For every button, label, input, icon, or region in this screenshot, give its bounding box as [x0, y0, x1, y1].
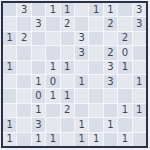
cell-r7c6[interactable]: [75, 89, 88, 102]
cell-r6c5[interactable]: [61, 75, 74, 88]
cell-r2c8[interactable]: 2: [104, 17, 117, 30]
cell-r6c3[interactable]: 1: [32, 75, 45, 88]
cell-r9c2[interactable]: [17, 118, 30, 131]
cell-r2c6[interactable]: [75, 17, 88, 30]
cell-r6c10[interactable]: 1: [133, 75, 146, 88]
cell-r10c9[interactable]: 1: [118, 133, 131, 146]
cell-r5c2[interactable]: [17, 61, 30, 74]
cell-r1c10[interactable]: 3: [133, 3, 146, 16]
cell-r4c10[interactable]: [133, 46, 146, 59]
cell-r5c8[interactable]: 3: [104, 61, 117, 74]
cell-r10c5[interactable]: [61, 133, 74, 146]
cell-r9c6[interactable]: 1: [75, 118, 88, 131]
cell-r8c4[interactable]: [46, 104, 59, 117]
cell-r3c7[interactable]: [89, 32, 102, 45]
cell-r5c6[interactable]: [75, 61, 88, 74]
cell-r10c8[interactable]: [104, 133, 117, 146]
cell-r1c5[interactable]: 1: [61, 3, 74, 16]
cell-r5c3[interactable]: [32, 61, 45, 74]
cell-r3c1[interactable]: 1: [3, 32, 16, 45]
cell-r2c5[interactable]: 2: [61, 17, 74, 30]
cell-r7c1[interactable]: [3, 89, 16, 102]
cell-r1c9[interactable]: [118, 3, 131, 16]
cell-r8c5[interactable]: 2: [61, 104, 74, 117]
cell-r7c2[interactable]: [17, 89, 30, 102]
cell-r7c5[interactable]: 1: [61, 89, 74, 102]
cell-r6c4[interactable]: 0: [46, 75, 59, 88]
cell-r6c1[interactable]: [3, 75, 16, 88]
cell-r2c2[interactable]: [17, 17, 30, 30]
cell-r8c2[interactable]: [17, 104, 30, 117]
cell-r5c9[interactable]: 1: [118, 61, 131, 74]
cell-r1c8[interactable]: 1: [104, 3, 117, 16]
cell-r3c2[interactable]: 2: [17, 32, 30, 45]
cell-r7c3[interactable]: 0: [32, 89, 45, 102]
cell-r3c4[interactable]: [46, 32, 59, 45]
cell-r4c7[interactable]: [89, 46, 102, 59]
cell-r2c1[interactable]: [3, 17, 16, 30]
cell-r5c1[interactable]: 1: [3, 61, 16, 74]
cell-r5c7[interactable]: [89, 61, 102, 74]
cell-r2c7[interactable]: [89, 17, 102, 30]
cell-r10c6[interactable]: 1: [75, 133, 88, 146]
cell-r7c4[interactable]: 1: [46, 89, 59, 102]
cell-r7c8[interactable]: [104, 89, 117, 102]
cell-r6c6[interactable]: 1: [75, 75, 88, 88]
cell-r8c7[interactable]: [89, 104, 102, 117]
cell-r10c3[interactable]: 1: [32, 133, 45, 146]
cell-r10c10[interactable]: [133, 133, 146, 146]
cell-r6c7[interactable]: [89, 75, 102, 88]
cell-r3c6[interactable]: 3: [75, 32, 88, 45]
cell-r4c3[interactable]: [32, 46, 45, 59]
cell-r9c7[interactable]: [89, 118, 102, 131]
cell-r4c4[interactable]: [46, 46, 59, 59]
cell-r1c4[interactable]: 1: [46, 3, 59, 16]
cell-r4c2[interactable]: [17, 46, 30, 59]
cell-r2c10[interactable]: 3: [133, 17, 146, 30]
cell-r1c3[interactable]: [32, 3, 45, 16]
cell-r8c8[interactable]: [104, 104, 117, 117]
cell-r9c3[interactable]: 3: [32, 118, 45, 131]
cell-r4c5[interactable]: [61, 46, 74, 59]
cell-r1c2[interactable]: 3: [17, 3, 30, 16]
cell-r8c6[interactable]: [75, 104, 88, 117]
cell-r3c5[interactable]: [61, 32, 74, 45]
cell-r9c4[interactable]: [46, 118, 59, 131]
cell-r1c1[interactable]: [3, 3, 16, 16]
cell-r9c9[interactable]: [118, 118, 131, 131]
cell-r8c9[interactable]: 1: [118, 104, 131, 117]
cell-r3c10[interactable]: [133, 32, 146, 45]
cell-r6c8[interactable]: 3: [104, 75, 117, 88]
cell-r4c6[interactable]: 3: [75, 46, 88, 59]
cell-r10c4[interactable]: 1: [46, 133, 59, 146]
cell-r7c10[interactable]: [133, 89, 146, 102]
cell-r8c3[interactable]: 1: [32, 104, 45, 117]
cell-r6c9[interactable]: [118, 75, 131, 88]
cell-r2c9[interactable]: [118, 17, 131, 30]
cell-r6c2[interactable]: [17, 75, 30, 88]
cell-r9c5[interactable]: [61, 118, 74, 131]
slitherlink-board: 3111133223123232011131101310111211131111…: [1, 1, 148, 148]
cell-r10c7[interactable]: 1: [89, 133, 102, 146]
cell-r1c7[interactable]: 1: [89, 3, 102, 16]
cell-r4c8[interactable]: 2: [104, 46, 117, 59]
cell-r5c5[interactable]: 1: [61, 61, 74, 74]
cell-r4c9[interactable]: 0: [118, 46, 131, 59]
cell-r1c6[interactable]: [75, 3, 88, 16]
cell-r9c8[interactable]: 1: [104, 118, 117, 131]
cell-r3c3[interactable]: [32, 32, 45, 45]
cell-r5c4[interactable]: 1: [46, 61, 59, 74]
cell-r7c7[interactable]: [89, 89, 102, 102]
cell-r3c8[interactable]: [104, 32, 117, 45]
cell-r5c10[interactable]: [133, 61, 146, 74]
cell-r7c9[interactable]: [118, 89, 131, 102]
cell-r8c1[interactable]: [3, 104, 16, 117]
cell-r3c9[interactable]: 2: [118, 32, 131, 45]
cell-r4c1[interactable]: [3, 46, 16, 59]
cell-r9c10[interactable]: [133, 118, 146, 131]
cell-r2c4[interactable]: [46, 17, 59, 30]
cell-r10c2[interactable]: [17, 133, 30, 146]
cell-r8c10[interactable]: 1: [133, 104, 146, 117]
cell-r10c1[interactable]: 1: [3, 133, 16, 146]
cell-r2c3[interactable]: 3: [32, 17, 45, 30]
cell-r9c1[interactable]: 1: [3, 118, 16, 131]
